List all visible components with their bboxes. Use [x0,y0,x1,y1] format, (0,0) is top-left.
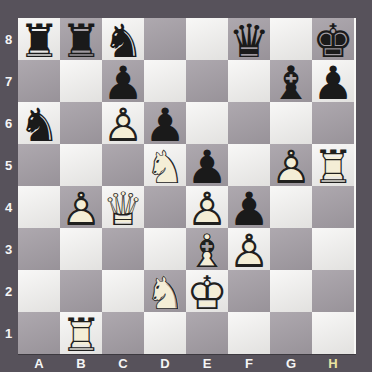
piece-black-king[interactable]: ♚ [312,18,354,60]
piece-white-pawn[interactable]: ♟♙ [60,186,102,228]
black-queen-icon: ♛ [228,20,270,62]
square-e1[interactable] [186,312,228,354]
white-knight-outline-icon: ♘ [144,146,186,188]
white-queen-outline-icon: ♕ [102,188,144,230]
square-d7[interactable] [144,60,186,102]
black-pawn-icon: ♟ [144,104,186,146]
square-f1[interactable] [228,312,270,354]
square-c1[interactable] [102,312,144,354]
white-rook-outline-icon: ♖ [312,146,354,188]
black-knight-icon: ♞ [102,20,144,62]
piece-white-pawn[interactable]: ♟♙ [270,144,312,186]
square-f8[interactable]: ♛ [228,18,270,60]
square-g6[interactable] [270,102,312,144]
square-e7[interactable] [186,60,228,102]
white-knight-outline-icon: ♘ [144,272,186,314]
file-label-h: H [312,354,354,372]
square-a2[interactable] [18,270,60,312]
square-f3[interactable]: ♟♙ [228,228,270,270]
square-g7[interactable]: ♝ [270,60,312,102]
square-e3[interactable]: ♝♗ [186,228,228,270]
square-g3[interactable] [270,228,312,270]
square-c5[interactable] [102,144,144,186]
piece-white-bishop[interactable]: ♝♗ [186,228,228,270]
square-a4[interactable] [18,186,60,228]
black-bishop-icon: ♝ [270,62,312,104]
square-a3[interactable] [18,228,60,270]
rank-label-7: 7 [0,60,17,102]
black-knight-icon: ♞ [18,104,60,146]
black-rook-icon: ♜ [60,20,102,62]
file-label-e: E [186,354,228,372]
piece-black-rook[interactable]: ♜ [60,18,102,60]
piece-black-pawn[interactable]: ♟ [102,60,144,102]
black-rook-icon: ♜ [18,20,60,62]
square-a6[interactable]: ♞ [18,102,60,144]
chess-app: 87654321 ABCDEFGH ♜♜♞♛♚♟♝♟♞♟♙♟♞♘♟♟♙♜♖♟♙♛… [0,0,372,372]
piece-black-pawn[interactable]: ♟ [228,186,270,228]
square-d4[interactable] [144,186,186,228]
piece-white-rook[interactable]: ♜♖ [60,312,102,354]
rank-label-3: 3 [0,228,17,270]
piece-white-queen[interactable]: ♛♕ [102,186,144,228]
chess-board: ♜♜♞♛♚♟♝♟♞♟♙♟♞♘♟♟♙♜♖♟♙♛♕♟♙♟♝♗♟♙♞♘♚♔♜♖ [18,18,356,354]
square-b2[interactable] [60,270,102,312]
white-pawn-icon: ♟ [228,230,270,272]
square-g4[interactable] [270,186,312,228]
square-h3[interactable] [312,228,354,270]
piece-white-knight[interactable]: ♞♘ [144,270,186,312]
square-c2[interactable] [102,270,144,312]
white-king-icon: ♚ [186,272,228,314]
square-f6[interactable] [228,102,270,144]
square-c3[interactable] [102,228,144,270]
file-label-d: D [144,354,186,372]
square-b5[interactable] [60,144,102,186]
piece-black-pawn[interactable]: ♟ [312,60,354,102]
square-h1[interactable] [312,312,354,354]
white-knight-icon: ♞ [144,146,186,188]
square-a8[interactable]: ♜ [18,18,60,60]
rank-label-6: 6 [0,102,17,144]
rank-label-2: 2 [0,270,17,312]
piece-black-queen[interactable]: ♛ [228,18,270,60]
square-f5[interactable] [228,144,270,186]
square-e4[interactable]: ♟♙ [186,186,228,228]
square-c4[interactable]: ♛♕ [102,186,144,228]
square-g2[interactable] [270,270,312,312]
white-pawn-outline-icon: ♙ [102,104,144,146]
piece-white-knight[interactable]: ♞♘ [144,144,186,186]
square-h2[interactable] [312,270,354,312]
white-pawn-icon: ♟ [60,188,102,230]
square-f2[interactable] [228,270,270,312]
white-bishop-icon: ♝ [186,230,228,272]
rank-label-1: 1 [0,312,17,354]
square-d5[interactable]: ♞♘ [144,144,186,186]
piece-white-pawn[interactable]: ♟♙ [102,102,144,144]
file-label-a: A [18,354,60,372]
white-knight-icon: ♞ [144,272,186,314]
piece-black-knight[interactable]: ♞ [18,102,60,144]
white-pawn-outline-icon: ♙ [186,188,228,230]
black-pawn-icon: ♟ [102,62,144,104]
file-label-g: G [270,354,312,372]
square-e2[interactable]: ♚♔ [186,270,228,312]
white-pawn-icon: ♟ [102,104,144,146]
square-a1[interactable] [18,312,60,354]
square-h8[interactable]: ♚ [312,18,354,60]
square-c8[interactable]: ♞ [102,18,144,60]
black-king-icon: ♚ [312,20,354,62]
square-d3[interactable] [144,228,186,270]
square-h7[interactable]: ♟ [312,60,354,102]
file-label-f: F [228,354,270,372]
square-e8[interactable] [186,18,228,60]
white-rook-icon: ♜ [312,146,354,188]
white-pawn-outline-icon: ♙ [228,230,270,272]
square-e5[interactable]: ♟ [186,144,228,186]
square-c6[interactable]: ♟♙ [102,102,144,144]
file-label-c: C [102,354,144,372]
square-d8[interactable] [144,18,186,60]
piece-white-rook[interactable]: ♜♖ [312,144,354,186]
square-b1[interactable]: ♜♖ [60,312,102,354]
white-rook-outline-icon: ♖ [60,314,102,356]
square-d2[interactable]: ♞♘ [144,270,186,312]
white-pawn-outline-icon: ♙ [270,146,312,188]
square-b6[interactable] [60,102,102,144]
square-h5[interactable]: ♜♖ [312,144,354,186]
square-b4[interactable]: ♟♙ [60,186,102,228]
white-rook-icon: ♜ [60,314,102,356]
black-pawn-icon: ♟ [228,188,270,230]
white-pawn-icon: ♟ [270,146,312,188]
square-c7[interactable]: ♟ [102,60,144,102]
rank-label-4: 4 [0,186,17,228]
square-a7[interactable] [18,60,60,102]
square-b8[interactable]: ♜ [60,18,102,60]
black-pawn-icon: ♟ [186,146,228,188]
file-labels: ABCDEFGH [18,354,356,372]
square-f4[interactable]: ♟ [228,186,270,228]
square-d1[interactable] [144,312,186,354]
white-pawn-icon: ♟ [186,188,228,230]
white-queen-icon: ♛ [102,188,144,230]
square-h6[interactable] [312,102,354,144]
piece-black-pawn[interactable]: ♟ [144,102,186,144]
square-d6[interactable]: ♟ [144,102,186,144]
piece-black-rook[interactable]: ♜ [18,18,60,60]
piece-black-pawn[interactable]: ♟ [186,144,228,186]
white-bishop-outline-icon: ♗ [186,230,228,272]
white-king-outline-icon: ♔ [186,272,228,314]
square-f7[interactable] [228,60,270,102]
square-g5[interactable]: ♟♙ [270,144,312,186]
piece-black-bishop[interactable]: ♝ [270,60,312,102]
file-label-b: B [60,354,102,372]
piece-white-king[interactable]: ♚♔ [186,270,228,312]
square-a5[interactable] [18,144,60,186]
square-b3[interactable] [60,228,102,270]
square-g8[interactable] [270,18,312,60]
rank-labels: 87654321 [0,18,18,354]
piece-white-pawn[interactable]: ♟♙ [186,186,228,228]
piece-black-knight[interactable]: ♞ [102,18,144,60]
square-h4[interactable] [312,186,354,228]
piece-white-pawn[interactable]: ♟♙ [228,228,270,270]
white-pawn-outline-icon: ♙ [60,188,102,230]
square-g1[interactable] [270,312,312,354]
square-e6[interactable] [186,102,228,144]
square-b7[interactable] [60,60,102,102]
rank-label-8: 8 [0,18,17,60]
black-pawn-icon: ♟ [312,62,354,104]
rank-label-5: 5 [0,144,17,186]
